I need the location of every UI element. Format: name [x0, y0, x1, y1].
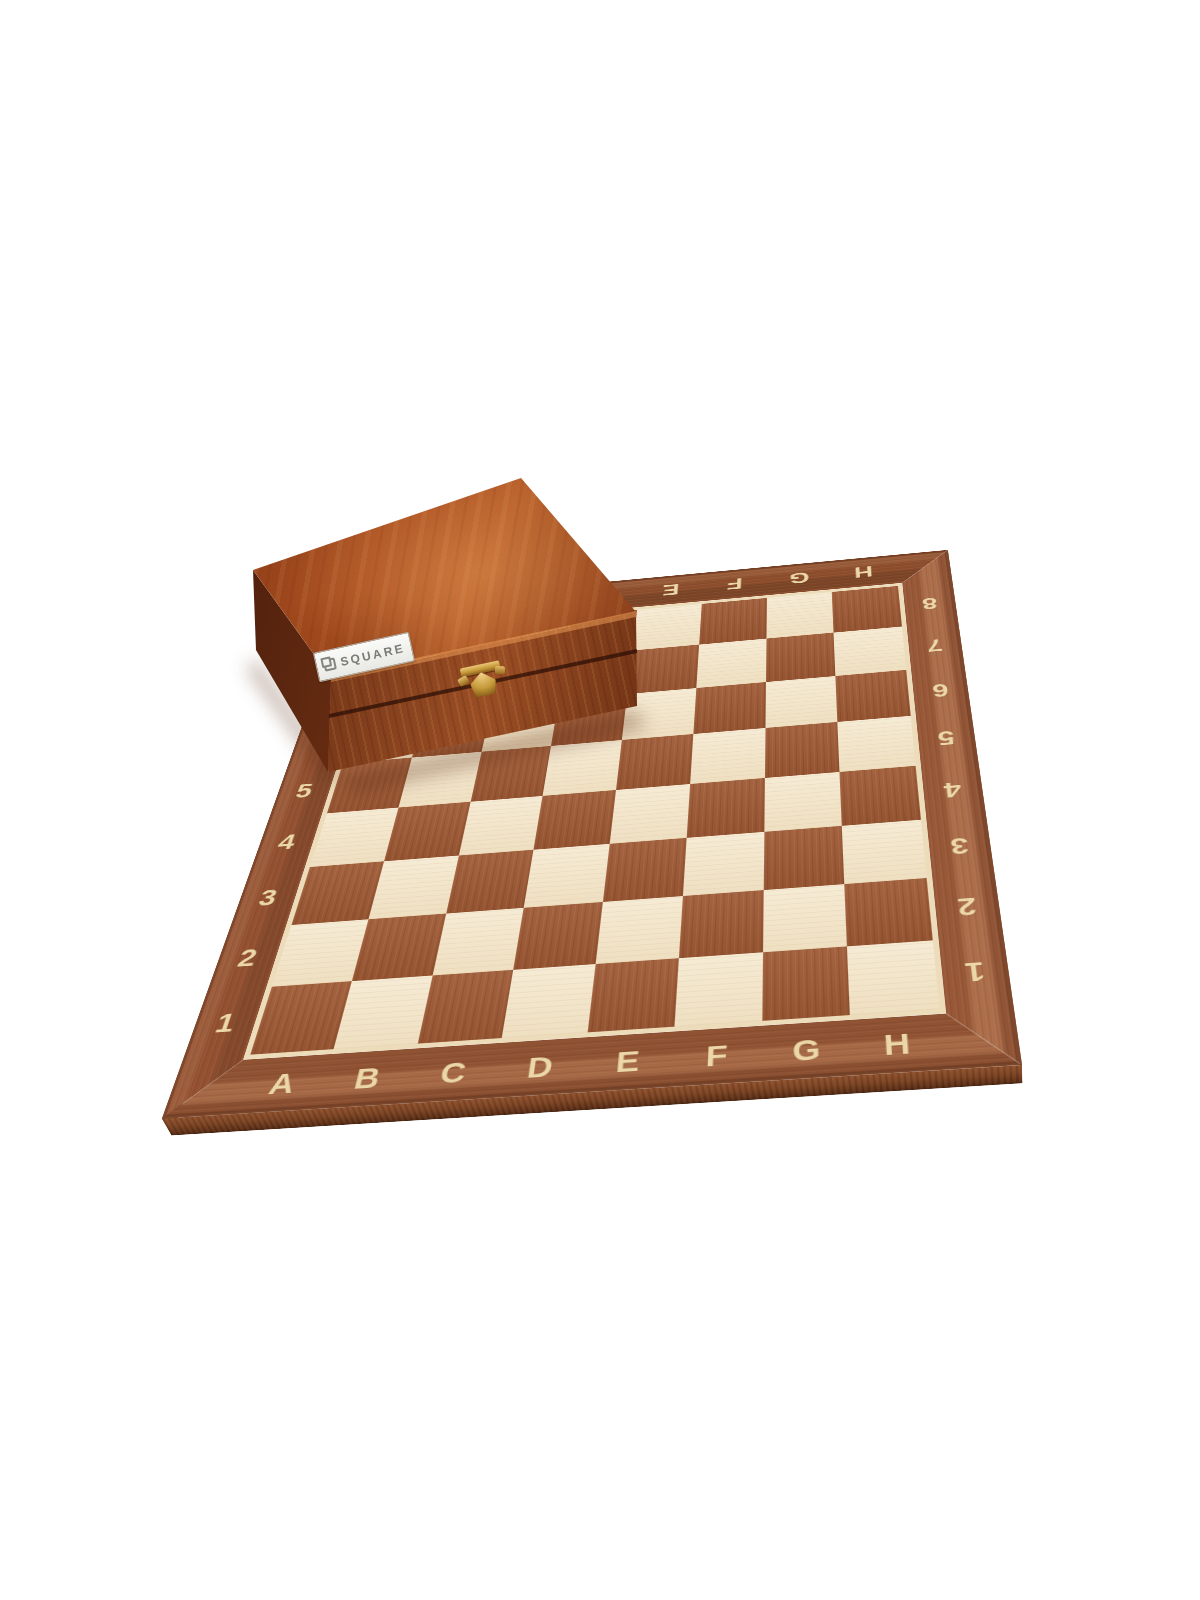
square-g8: [766, 592, 834, 638]
square-c2: [432, 907, 524, 975]
file-label-bottom-a: A: [231, 1054, 332, 1114]
square-f1: [674, 953, 762, 1027]
product-photo-canvas: ABCDEFGH 12345678 ABCDEFGH 12345678 SQUA…: [0, 0, 1200, 1600]
square-b4: [384, 802, 470, 861]
file-label-bottom-b: B: [317, 1048, 416, 1109]
square-a2: [272, 919, 369, 987]
square-d1: [502, 964, 596, 1038]
square-h1: [847, 941, 939, 1015]
square-h2: [845, 878, 933, 947]
square-d2: [513, 902, 603, 970]
square-f5: [690, 728, 765, 784]
rank-label-right-2: 2: [932, 873, 1003, 941]
file-label-bottom-e: E: [581, 1031, 674, 1092]
square-a4: [310, 808, 398, 867]
clasp-wing-left: [457, 675, 470, 687]
square-g6: [765, 676, 838, 728]
rank-label-right-1: 1: [939, 936, 1014, 1009]
brand-text: SQUARE: [339, 641, 406, 669]
square-h6: [836, 670, 911, 722]
square-g7: [766, 632, 836, 681]
square-b2: [352, 913, 446, 981]
square-a3: [292, 861, 384, 924]
square-e2: [596, 896, 683, 965]
square-a1: [250, 981, 351, 1054]
square-g2: [762, 884, 847, 953]
square-h7: [834, 626, 906, 675]
square-h4: [840, 766, 921, 826]
file-label-bottom-f: F: [670, 1026, 761, 1087]
square-c3: [446, 850, 534, 914]
rank-label-right-6: 6: [911, 665, 971, 716]
file-label-bottom-c: C: [404, 1043, 501, 1104]
square-d3: [524, 844, 610, 908]
square-g5: [764, 722, 839, 778]
file-label-bottom-d: D: [492, 1037, 587, 1098]
chess-pieces-box: SQUARE: [245, 470, 645, 790]
square-b1: [333, 976, 432, 1049]
file-label-bottom-g: G: [761, 1020, 853, 1081]
square-g4: [764, 772, 842, 832]
rank-label-right-4: 4: [921, 761, 986, 819]
rank-label-right-5: 5: [916, 711, 978, 765]
square-f6: [693, 682, 765, 734]
square-f7: [696, 638, 766, 687]
clasp-wing-right: [495, 666, 505, 674]
square-e1: [588, 958, 679, 1032]
square-g1: [762, 947, 850, 1021]
square-f3: [683, 832, 764, 896]
rank-label-right-8: 8: [902, 581, 958, 626]
square-logo-icon: [323, 657, 337, 671]
square-f8: [699, 598, 767, 644]
square-e3: [603, 838, 686, 902]
rank-label-right-3: 3: [926, 815, 994, 878]
square-h3: [842, 820, 927, 884]
square-h8: [832, 586, 902, 633]
square-g3: [763, 826, 844, 890]
square-h5: [838, 716, 916, 772]
square-c1: [417, 970, 513, 1044]
square-f2: [679, 890, 764, 959]
rank-label-right-7: 7: [907, 621, 965, 669]
square-b3: [368, 855, 458, 919]
square-f4: [686, 778, 764, 838]
file-label-bottom-h: H: [850, 1014, 945, 1076]
square-c4: [458, 796, 542, 855]
